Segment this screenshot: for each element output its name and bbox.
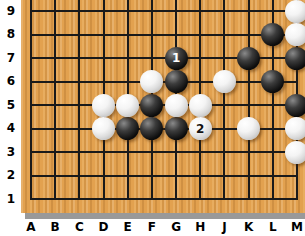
stone-white-E5[interactable] [116, 94, 139, 117]
row-label-9: 9 [0, 4, 15, 19]
col-label-E: E [120, 220, 136, 234]
col-label-G: G [168, 220, 184, 234]
row-label-5: 5 [0, 98, 15, 113]
stone-black-M5[interactable] [285, 94, 305, 117]
stone-white-M4[interactable] [285, 117, 305, 140]
col-label-L: L [265, 220, 281, 234]
stone-white-G5[interactable] [165, 94, 188, 117]
go-board[interactable]: 12 [21, 0, 305, 213]
stone-black-G7[interactable]: 1 [165, 47, 188, 70]
stone-white-D4[interactable] [92, 117, 115, 140]
row-label-1: 1 [0, 192, 15, 207]
grid-line-row-9 [30, 10, 298, 12]
stone-black-K7[interactable] [237, 47, 260, 70]
grid-line-row-5 [30, 104, 298, 106]
stone-black-L8[interactable] [261, 23, 284, 46]
col-label-C: C [71, 220, 87, 234]
row-label-6: 6 [0, 74, 15, 89]
move-number-label: 2 [196, 122, 204, 134]
col-label-F: F [144, 220, 160, 234]
col-label-A: A [23, 220, 39, 234]
grid-line-row-8 [30, 34, 298, 36]
board-shadow [25, 213, 305, 219]
grid-line-col-B [54, 0, 56, 200]
row-label-8: 8 [0, 27, 15, 42]
col-label-J: J [216, 220, 232, 234]
row-label-3: 3 [0, 145, 15, 160]
stone-white-M9[interactable] [285, 0, 305, 23]
stone-black-F5[interactable] [140, 94, 163, 117]
grid-line-row-1 [30, 198, 298, 200]
stone-black-E4[interactable] [116, 117, 139, 140]
stone-white-M3[interactable] [285, 141, 305, 164]
col-label-D: D [96, 220, 112, 234]
stone-white-K4[interactable] [237, 117, 260, 140]
stone-white-F6[interactable] [140, 70, 163, 93]
stone-white-H4[interactable]: 2 [189, 117, 212, 140]
move-number-label: 1 [172, 52, 180, 64]
go-diagram: 12 ABCDEFGHJKLM 987654321 [0, 0, 305, 236]
row-label-7: 7 [0, 51, 15, 66]
col-label-H: H [192, 220, 208, 234]
col-label-K: K [241, 220, 257, 234]
grid-line-row-6 [30, 81, 298, 83]
stone-white-M8[interactable] [285, 23, 305, 46]
stone-black-F4[interactable] [140, 117, 163, 140]
grid-line-row-2 [30, 175, 298, 177]
stone-black-L6[interactable] [261, 70, 284, 93]
stone-white-H5[interactable] [189, 94, 212, 117]
row-label-4: 4 [0, 121, 15, 136]
stone-white-J6[interactable] [213, 70, 236, 93]
grid-line-col-C [78, 0, 80, 200]
grid-line-row-3 [30, 151, 298, 153]
stone-black-G4[interactable] [165, 117, 188, 140]
stone-black-G6[interactable] [165, 70, 188, 93]
row-label-2: 2 [0, 168, 15, 183]
grid-line-col-J [223, 0, 225, 200]
grid-line-col-K [248, 0, 250, 200]
grid-line-col-A [30, 0, 32, 200]
col-label-B: B [47, 220, 63, 234]
stone-black-M7[interactable] [285, 47, 305, 70]
col-label-M: M [289, 220, 305, 234]
stone-white-D5[interactable] [92, 94, 115, 117]
